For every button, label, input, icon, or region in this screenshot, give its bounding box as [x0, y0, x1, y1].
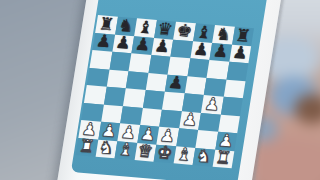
black-pawn[interactable]: ♟: [153, 37, 171, 55]
black-pawn[interactable]: ♟: [192, 41, 210, 59]
white-pawn[interactable]: ♟: [181, 111, 199, 129]
chess-app-screen: ♜♞♝♛♚♝♞♜♟♟♟♟♟♟♟♟♟♟♟♟♟♟♟♟♜♞♝♛♚♝♞♜: [71, 0, 273, 180]
square-h6[interactable]: [226, 62, 248, 81]
white-knight[interactable]: ♞: [195, 147, 213, 165]
black-pawn[interactable]: ♟: [95, 32, 113, 50]
square-h7[interactable]: ♟: [229, 44, 251, 63]
black-pawn[interactable]: ♟: [134, 36, 152, 54]
square-h1[interactable]: ♜: [212, 149, 234, 168]
black-pawn[interactable]: ♟: [231, 44, 249, 62]
square-h5[interactable]: [223, 79, 245, 98]
black-pawn[interactable]: ♟: [212, 42, 230, 60]
white-bishop[interactable]: ♝: [117, 141, 135, 159]
square-h4[interactable]: [221, 97, 243, 116]
chess-board[interactable]: ♜♞♝♛♚♝♞♜♟♟♟♟♟♟♟♟♟♟♟♟♟♟♟♟♜♞♝♛♚♝♞♜: [76, 15, 254, 168]
tablet-device: ♜♞♝♛♚♝♞♜♟♟♟♟♟♟♟♟♟♟♟♟♟♟♟♟♜♞♝♛♚♝♞♜: [49, 0, 286, 180]
white-queen[interactable]: ♛: [136, 142, 154, 160]
white-rook[interactable]: ♜: [214, 149, 232, 167]
black-king[interactable]: ♚: [175, 22, 193, 40]
white-rook[interactable]: ♜: [78, 137, 96, 155]
white-bishop[interactable]: ♝: [175, 146, 193, 164]
black-pawn[interactable]: ♟: [114, 34, 132, 52]
white-pawn[interactable]: ♟: [203, 95, 221, 113]
white-knight[interactable]: ♞: [97, 139, 115, 157]
black-pawn[interactable]: ♟: [167, 74, 185, 92]
white-king[interactable]: ♚: [156, 144, 174, 162]
